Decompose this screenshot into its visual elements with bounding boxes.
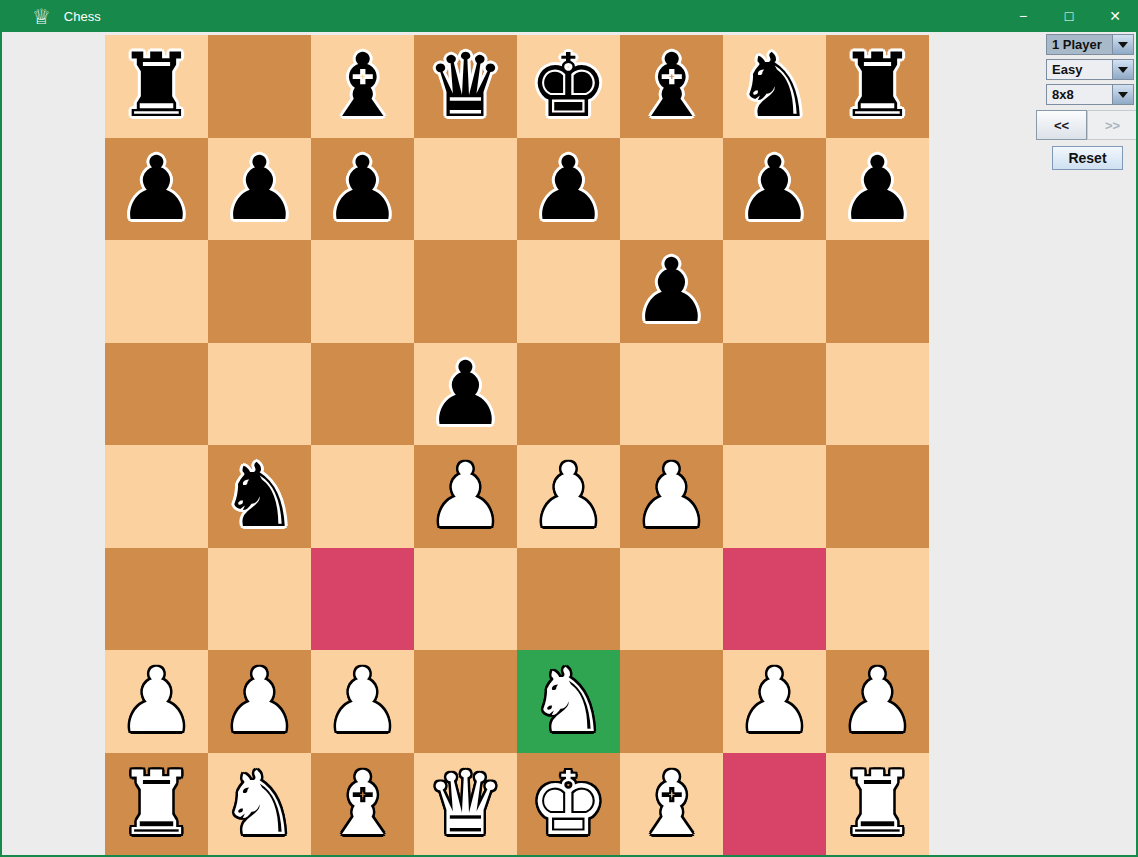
square-g6[interactable] — [723, 240, 826, 343]
square-g5[interactable] — [723, 343, 826, 446]
white-pawn: ♟ — [735, 651, 814, 751]
square-a1[interactable]: ♜ — [105, 753, 208, 856]
square-e7[interactable]: ♟ — [517, 138, 620, 241]
black-pawn: ♟ — [529, 139, 608, 239]
white-rook: ♜ — [838, 754, 917, 854]
players-select[interactable]: 1 Player — [1046, 34, 1134, 55]
square-h7[interactable]: ♟ — [826, 138, 929, 241]
chess-app-window: ♕ Chess − □ ✕ ♜♝♛♚♝♞♜♟♟♟♟♟♟♟♟♞♟♟♟♟♟♟♞♟♟♜… — [0, 0, 1138, 857]
square-c5[interactable] — [311, 343, 414, 446]
white-pawn: ♟ — [220, 651, 299, 751]
square-b2[interactable]: ♟ — [208, 650, 311, 753]
black-pawn: ♟ — [632, 241, 711, 341]
square-d8[interactable]: ♛ — [414, 35, 517, 138]
square-b1[interactable]: ♞ — [208, 753, 311, 856]
square-a4[interactable] — [105, 445, 208, 548]
square-e8[interactable]: ♚ — [517, 35, 620, 138]
white-knight: ♞ — [529, 651, 608, 751]
square-f7[interactable] — [620, 138, 723, 241]
minimize-button[interactable]: − — [1000, 0, 1046, 32]
square-h5[interactable] — [826, 343, 929, 446]
black-rook: ♜ — [838, 36, 917, 136]
black-pawn: ♟ — [220, 139, 299, 239]
black-bishop: ♝ — [632, 36, 711, 136]
square-d5[interactable]: ♟ — [414, 343, 517, 446]
white-knight: ♞ — [220, 754, 299, 854]
white-pawn: ♟ — [838, 651, 917, 751]
square-a5[interactable] — [105, 343, 208, 446]
app-icon-chess-queen: ♕ — [32, 6, 51, 27]
square-g8[interactable]: ♞ — [723, 35, 826, 138]
black-pawn: ♟ — [426, 344, 505, 444]
square-d3[interactable] — [414, 548, 517, 651]
square-h4[interactable] — [826, 445, 929, 548]
square-g3[interactable] — [723, 548, 826, 651]
square-b7[interactable]: ♟ — [208, 138, 311, 241]
square-f2[interactable] — [620, 650, 723, 753]
square-c8[interactable]: ♝ — [311, 35, 414, 138]
white-king: ♚ — [529, 754, 608, 854]
white-queen: ♛ — [426, 754, 505, 854]
black-knight: ♞ — [220, 446, 299, 546]
window-title: Chess — [64, 9, 101, 24]
square-f8[interactable]: ♝ — [620, 35, 723, 138]
square-b8[interactable] — [208, 35, 311, 138]
undo-move-button[interactable]: << — [1036, 110, 1087, 140]
black-pawn: ♟ — [838, 139, 917, 239]
chevron-down-icon[interactable] — [1112, 60, 1133, 79]
black-knight: ♞ — [735, 36, 814, 136]
black-queen: ♛ — [426, 36, 505, 136]
black-king: ♚ — [529, 36, 608, 136]
square-h6[interactable] — [826, 240, 929, 343]
difficulty-select[interactable]: Easy — [1046, 59, 1134, 80]
black-pawn: ♟ — [117, 139, 196, 239]
maximize-button[interactable]: □ — [1046, 0, 1092, 32]
chevron-down-icon[interactable] — [1112, 85, 1133, 104]
square-e6[interactable] — [517, 240, 620, 343]
square-e5[interactable] — [517, 343, 620, 446]
square-g1[interactable] — [723, 753, 826, 856]
white-bishop: ♝ — [323, 754, 402, 854]
black-pawn: ♟ — [735, 139, 814, 239]
square-a7[interactable]: ♟ — [105, 138, 208, 241]
square-h2[interactable]: ♟ — [826, 650, 929, 753]
square-h3[interactable] — [826, 548, 929, 651]
square-d2[interactable] — [414, 650, 517, 753]
square-d6[interactable] — [414, 240, 517, 343]
close-button[interactable]: ✕ — [1092, 0, 1138, 32]
board-size-select[interactable]: 8x8 — [1046, 84, 1134, 105]
square-e4[interactable]: ♟ — [517, 445, 620, 548]
square-b3[interactable] — [208, 548, 311, 651]
square-f3[interactable] — [620, 548, 723, 651]
square-g7[interactable]: ♟ — [723, 138, 826, 241]
black-bishop: ♝ — [323, 36, 402, 136]
players-select-value: 1 Player — [1047, 35, 1112, 54]
square-c3[interactable] — [311, 548, 414, 651]
white-pawn: ♟ — [426, 446, 505, 546]
window-controls: − □ ✕ — [1000, 0, 1138, 32]
square-a3[interactable] — [105, 548, 208, 651]
chess-board: ♜♝♛♚♝♞♜♟♟♟♟♟♟♟♟♞♟♟♟♟♟♟♞♟♟♜♞♝♛♚♝♜ — [105, 35, 929, 855]
square-e1[interactable]: ♚ — [517, 753, 620, 856]
square-b6[interactable] — [208, 240, 311, 343]
square-e2[interactable]: ♞ — [517, 650, 620, 753]
square-d7[interactable] — [414, 138, 517, 241]
square-f6[interactable]: ♟ — [620, 240, 723, 343]
square-f1[interactable]: ♝ — [620, 753, 723, 856]
white-pawn: ♟ — [632, 446, 711, 546]
difficulty-select-value: Easy — [1047, 60, 1112, 79]
square-a2[interactable]: ♟ — [105, 650, 208, 753]
square-c6[interactable] — [311, 240, 414, 343]
square-g4[interactable] — [723, 445, 826, 548]
square-c2[interactable]: ♟ — [311, 650, 414, 753]
white-rook: ♜ — [117, 754, 196, 854]
white-bishop: ♝ — [632, 754, 711, 854]
black-pawn: ♟ — [323, 139, 402, 239]
reset-button[interactable]: Reset — [1052, 146, 1123, 170]
square-a8[interactable]: ♜ — [105, 35, 208, 138]
square-d4[interactable]: ♟ — [414, 445, 517, 548]
square-b4[interactable]: ♞ — [208, 445, 311, 548]
board-size-select-value: 8x8 — [1047, 85, 1112, 104]
square-g2[interactable]: ♟ — [723, 650, 826, 753]
white-pawn: ♟ — [117, 651, 196, 751]
square-b5[interactable] — [208, 343, 311, 446]
black-rook: ♜ — [117, 36, 196, 136]
white-pawn: ♟ — [323, 651, 402, 751]
title-bar: ♕ Chess − □ ✕ — [0, 0, 1138, 32]
square-c4[interactable] — [311, 445, 414, 548]
square-d1[interactable]: ♛ — [414, 753, 517, 856]
square-a6[interactable] — [105, 240, 208, 343]
square-f4[interactable]: ♟ — [620, 445, 723, 548]
chevron-down-icon[interactable] — [1112, 35, 1133, 54]
square-c7[interactable]: ♟ — [311, 138, 414, 241]
square-h1[interactable]: ♜ — [826, 753, 929, 856]
square-h8[interactable]: ♜ — [826, 35, 929, 138]
redo-move-button[interactable]: >> — [1087, 110, 1138, 140]
square-e3[interactable] — [517, 548, 620, 651]
square-f5[interactable] — [620, 343, 723, 446]
content-area: ♜♝♛♚♝♞♜♟♟♟♟♟♟♟♟♞♟♟♟♟♟♟♞♟♟♜♞♝♛♚♝♜ 1 Playe… — [2, 32, 1136, 855]
square-c1[interactable]: ♝ — [311, 753, 414, 856]
white-pawn: ♟ — [529, 446, 608, 546]
